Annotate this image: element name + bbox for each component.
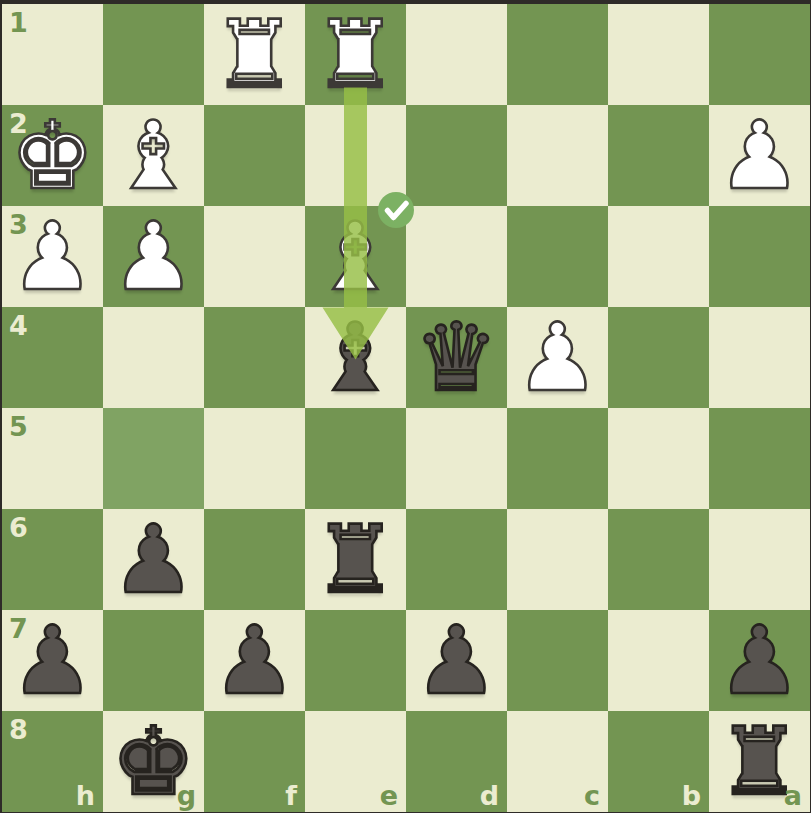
piece-white-bishop-e3[interactable]: ♝: [313, 206, 397, 307]
square-g5[interactable]: [103, 408, 204, 509]
square-b5[interactable]: [608, 408, 709, 509]
piece-black-king-g8[interactable]: ♚: [111, 711, 195, 812]
square-b8[interactable]: b: [608, 711, 709, 812]
square-h3[interactable]: 3♟: [2, 206, 103, 307]
piece-black-pawn-f7[interactable]: ♟: [212, 610, 296, 711]
square-f5[interactable]: [204, 408, 305, 509]
piece-black-pawn-h7[interactable]: ♟: [10, 610, 94, 711]
square-d5[interactable]: [406, 408, 507, 509]
square-b6[interactable]: [608, 509, 709, 610]
file-label-c: c: [584, 782, 600, 809]
piece-white-pawn-c4[interactable]: ♟: [515, 307, 599, 408]
rank-label-6: 6: [9, 514, 28, 541]
square-d1[interactable]: [406, 4, 507, 105]
rank-label-5: 5: [9, 413, 28, 440]
rank-label-1: 1: [9, 9, 28, 36]
square-g2[interactable]: ♝: [103, 105, 204, 206]
file-label-d: d: [480, 782, 499, 809]
piece-white-pawn-a2[interactable]: ♟: [717, 105, 801, 206]
square-h2[interactable]: 2♚: [2, 105, 103, 206]
square-h1[interactable]: 1: [2, 4, 103, 105]
square-e7[interactable]: [305, 610, 406, 711]
square-a4[interactable]: [709, 307, 810, 408]
square-f6[interactable]: [204, 509, 305, 610]
square-a1[interactable]: [709, 4, 810, 105]
square-a7[interactable]: ♟: [709, 610, 810, 711]
square-h6[interactable]: 6: [2, 509, 103, 610]
square-d8[interactable]: d: [406, 711, 507, 812]
square-c3[interactable]: [507, 206, 608, 307]
square-d3[interactable]: [406, 206, 507, 307]
square-e2[interactable]: [305, 105, 406, 206]
square-e3[interactable]: ♝: [305, 206, 406, 307]
square-e1[interactable]: ♜: [305, 4, 406, 105]
square-e6[interactable]: ♜: [305, 509, 406, 610]
file-label-f: f: [285, 782, 297, 809]
piece-black-rook-e6[interactable]: ♜: [313, 509, 397, 610]
square-c5[interactable]: [507, 408, 608, 509]
square-e8[interactable]: e: [305, 711, 406, 812]
square-d4[interactable]: ♛: [406, 307, 507, 408]
square-a3[interactable]: [709, 206, 810, 307]
square-d6[interactable]: [406, 509, 507, 610]
rank-label-8: 8: [9, 716, 28, 743]
square-f4[interactable]: [204, 307, 305, 408]
file-label-e: e: [380, 782, 398, 809]
square-e4[interactable]: ♝: [305, 307, 406, 408]
square-g1[interactable]: [103, 4, 204, 105]
piece-black-bishop-e4[interactable]: ♝: [313, 307, 397, 408]
piece-black-rook-a8[interactable]: ♜: [717, 711, 801, 812]
square-a2[interactable]: ♟: [709, 105, 810, 206]
file-label-h: h: [76, 782, 95, 809]
square-h4[interactable]: 4: [2, 307, 103, 408]
square-c6[interactable]: [507, 509, 608, 610]
square-c2[interactable]: [507, 105, 608, 206]
square-b3[interactable]: [608, 206, 709, 307]
square-f2[interactable]: [204, 105, 305, 206]
square-a5[interactable]: [709, 408, 810, 509]
square-c7[interactable]: [507, 610, 608, 711]
piece-white-rook-e1[interactable]: ♜: [313, 4, 397, 105]
piece-white-bishop-g2[interactable]: ♝: [111, 105, 195, 206]
piece-black-queen-d4[interactable]: ♛: [414, 307, 498, 408]
square-g7[interactable]: [103, 610, 204, 711]
piece-white-pawn-g3[interactable]: ♟: [111, 206, 195, 307]
file-label-b: b: [682, 782, 701, 809]
piece-white-pawn-h3[interactable]: ♟: [10, 206, 94, 307]
square-c8[interactable]: c: [507, 711, 608, 812]
square-g6[interactable]: ♟: [103, 509, 204, 610]
piece-black-pawn-g6[interactable]: ♟: [111, 509, 195, 610]
square-f1[interactable]: ♜: [204, 4, 305, 105]
rank-label-4: 4: [9, 312, 28, 339]
square-d2[interactable]: [406, 105, 507, 206]
square-h7[interactable]: 7♟: [2, 610, 103, 711]
piece-white-king-h2[interactable]: ♚: [10, 105, 94, 206]
piece-black-pawn-d7[interactable]: ♟: [414, 610, 498, 711]
square-h8[interactable]: 8h: [2, 711, 103, 812]
chess-board: 1♜♜2♚♝♟3♟♟♝4♝♛♟56♟♜7♟♟♟♟8hg♚fedcba♜: [2, 4, 810, 812]
square-b1[interactable]: [608, 4, 709, 105]
square-g8[interactable]: g♚: [103, 711, 204, 812]
square-e5[interactable]: [305, 408, 406, 509]
square-f8[interactable]: f: [204, 711, 305, 812]
square-c4[interactable]: ♟: [507, 307, 608, 408]
square-h5[interactable]: 5: [2, 408, 103, 509]
square-c1[interactable]: [507, 4, 608, 105]
square-a6[interactable]: [709, 509, 810, 610]
piece-white-rook-f1[interactable]: ♜: [212, 4, 296, 105]
square-b4[interactable]: [608, 307, 709, 408]
square-a8[interactable]: a♜: [709, 711, 810, 812]
square-g4[interactable]: [103, 307, 204, 408]
piece-black-pawn-a7[interactable]: ♟: [717, 610, 801, 711]
square-d7[interactable]: ♟: [406, 610, 507, 711]
square-f3[interactable]: [204, 206, 305, 307]
square-b7[interactable]: [608, 610, 709, 711]
square-b2[interactable]: [608, 105, 709, 206]
square-g3[interactable]: ♟: [103, 206, 204, 307]
square-f7[interactable]: ♟: [204, 610, 305, 711]
